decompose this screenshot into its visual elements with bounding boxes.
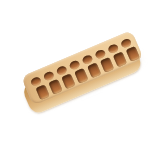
photo-canvas — [0, 0, 150, 150]
rect-slot — [86, 62, 100, 78]
rect-slot — [61, 73, 75, 89]
rect-slot — [125, 46, 139, 62]
rect-slot — [99, 57, 113, 73]
rect-slot — [74, 68, 88, 84]
rect-slot — [48, 79, 62, 95]
rect-slot — [112, 51, 126, 67]
rect-slot — [35, 84, 49, 100]
